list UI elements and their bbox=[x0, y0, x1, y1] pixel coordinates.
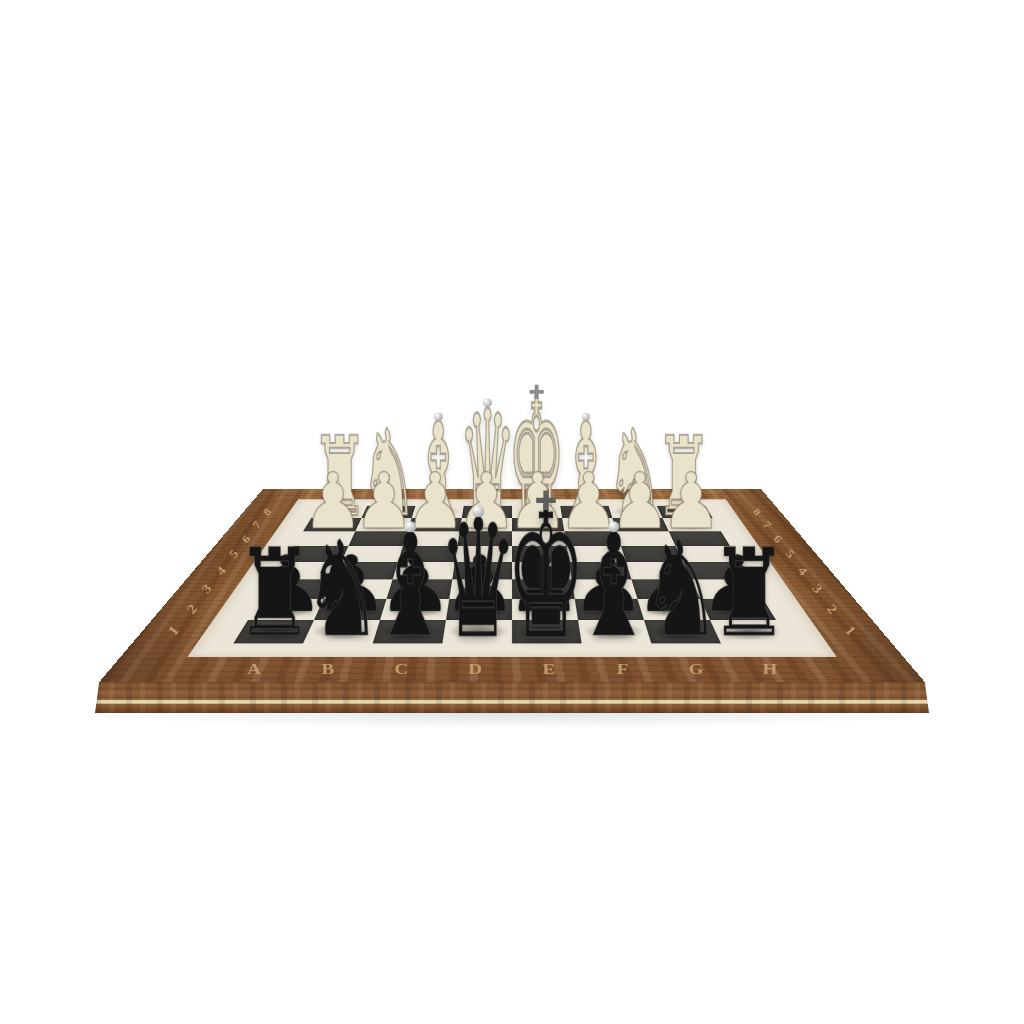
pieces-layer: ♜♞♝♛♚✚♝♞♜♟♟♟♟♟♟♟♟♟♟♟♟♟♟♟♟♜♞♝♛♚✚♝♞♜ bbox=[0, 0, 1024, 1024]
silver-orb-finial bbox=[405, 521, 417, 533]
king-cross-finial: ✚ bbox=[528, 384, 544, 403]
king-cross-finial: ✚ bbox=[535, 487, 557, 514]
chess-scene: ABCDEFGH1122334455667788 ♜♞♝♛♚✚♝♞♜♟♟♟♟♟♟… bbox=[0, 0, 1024, 1024]
silver-orb-finial bbox=[608, 521, 620, 533]
silver-orb-finial bbox=[472, 505, 484, 517]
piece-black-rook[interactable]: ♜ bbox=[709, 533, 789, 654]
